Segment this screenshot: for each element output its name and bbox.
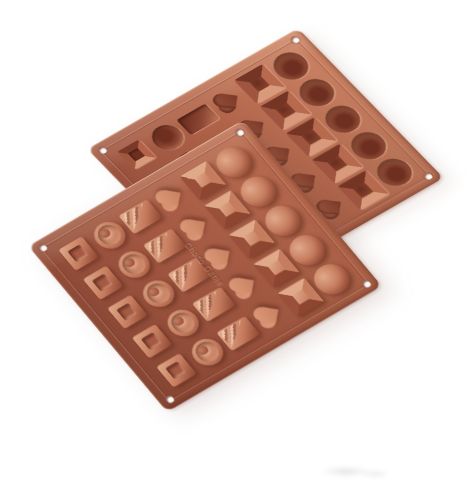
product-photo-scene: Choco Game	[0, 0, 471, 500]
background-shadow	[360, 470, 390, 478]
